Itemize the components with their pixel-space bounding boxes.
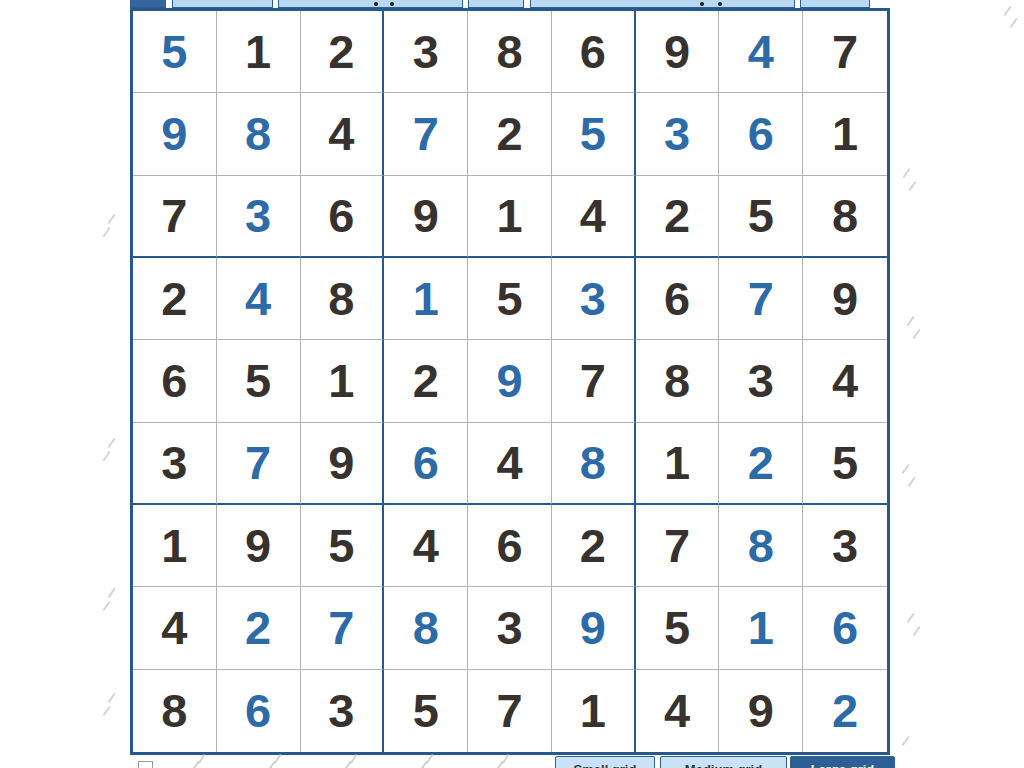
cell-r6c6[interactable]: 8 — [552, 423, 636, 505]
solved-digit: 6 — [832, 604, 858, 651]
cell-r1c9[interactable]: 7 — [803, 11, 887, 93]
cell-r6c5[interactable]: 4 — [468, 423, 552, 505]
given-digit: 8 — [328, 275, 354, 322]
solved-digit: 8 — [748, 522, 774, 569]
cell-r3c5[interactable]: 1 — [468, 176, 552, 258]
solved-digit: 2 — [748, 439, 774, 486]
cell-r2c2[interactable]: 8 — [217, 93, 301, 175]
cell-r4c7[interactable]: 6 — [636, 258, 720, 340]
cell-r8c5[interactable]: 3 — [468, 587, 552, 669]
stray-mark — [108, 438, 116, 448]
stray-mark — [902, 464, 910, 474]
given-digit: 6 — [580, 28, 606, 75]
stray-mark — [903, 168, 911, 178]
cell-r8c4[interactable]: 8 — [384, 587, 468, 669]
given-digit: 3 — [748, 357, 774, 404]
cell-r8c8[interactable]: 1 — [719, 587, 803, 669]
given-digit: 5 — [664, 604, 690, 651]
cell-r5c2[interactable]: 5 — [217, 340, 301, 422]
cell-r5c6[interactable]: 7 — [552, 340, 636, 422]
cell-r4c2[interactable]: 4 — [217, 258, 301, 340]
solved-digit: 6 — [748, 110, 774, 157]
solved-digit: 3 — [580, 275, 606, 322]
solved-digit: 4 — [748, 28, 774, 75]
given-digit: 2 — [328, 28, 354, 75]
given-digit: 3 — [496, 604, 522, 651]
tab-text-remnant — [718, 2, 722, 6]
solved-digit: 7 — [413, 110, 439, 157]
stray-mark — [344, 761, 352, 768]
cell-r3c8[interactable]: 5 — [719, 176, 803, 258]
given-digit: 8 — [161, 687, 187, 734]
given-digit: 4 — [328, 110, 354, 157]
given-digit: 5 — [832, 439, 858, 486]
cell-r4c3[interactable]: 8 — [301, 258, 385, 340]
solved-digit: 6 — [413, 439, 439, 486]
stray-mark — [913, 626, 921, 636]
given-digit: 4 — [496, 439, 522, 486]
cell-r5c9[interactable]: 4 — [803, 340, 887, 422]
given-digit: 1 — [496, 192, 522, 239]
cell-r1c2[interactable]: 1 — [217, 11, 301, 93]
solved-digit: 8 — [580, 439, 606, 486]
solved-digit: 1 — [413, 275, 439, 322]
cell-r2c6[interactable]: 5 — [552, 93, 636, 175]
print-option-checkbox[interactable] — [138, 761, 153, 768]
tab-2[interactable] — [172, 0, 273, 8]
given-digit: 9 — [832, 275, 858, 322]
given-digit: 7 — [664, 522, 690, 569]
given-digit: 8 — [832, 192, 858, 239]
given-digit: 5 — [748, 192, 774, 239]
cell-r2c3[interactable]: 4 — [301, 93, 385, 175]
stray-mark — [268, 761, 276, 768]
given-digit: 4 — [161, 604, 187, 651]
given-digit: 7 — [496, 687, 522, 734]
cell-r3c7[interactable]: 2 — [636, 176, 720, 258]
tab-4[interactable] — [468, 0, 524, 8]
cell-r7c5[interactable]: 6 — [468, 505, 552, 587]
cell-r5c5[interactable]: 9 — [468, 340, 552, 422]
given-digit: 4 — [664, 687, 690, 734]
cell-r4c6[interactable]: 3 — [552, 258, 636, 340]
given-digit: 2 — [413, 357, 439, 404]
cell-r4c5[interactable]: 5 — [468, 258, 552, 340]
given-digit: 6 — [664, 275, 690, 322]
stray-mark — [103, 451, 111, 461]
given-digit: 1 — [328, 357, 354, 404]
solved-digit: 5 — [580, 110, 606, 157]
solved-digit: 4 — [245, 275, 271, 322]
cell-r8c1[interactable]: 4 — [133, 587, 217, 669]
cell-r8c3[interactable]: 7 — [301, 587, 385, 669]
cell-r5c3[interactable]: 1 — [301, 340, 385, 422]
cell-r9c7[interactable]: 4 — [636, 670, 720, 752]
cell-r2c1[interactable]: 9 — [133, 93, 217, 175]
cell-r2c5[interactable]: 2 — [468, 93, 552, 175]
given-digit: 7 — [580, 357, 606, 404]
cell-r2c4[interactable]: 7 — [384, 93, 468, 175]
given-digit: 7 — [832, 28, 858, 75]
solved-digit: 9 — [161, 110, 187, 157]
given-digit: 3 — [161, 439, 187, 486]
cell-r1c3[interactable]: 2 — [301, 11, 385, 93]
solved-digit: 3 — [664, 110, 690, 157]
given-digit: 6 — [161, 357, 187, 404]
given-digit: 2 — [161, 275, 187, 322]
small-grid-button[interactable]: Small grid — [555, 756, 655, 768]
cell-r6c1[interactable]: 3 — [133, 423, 217, 505]
stray-mark — [907, 613, 915, 623]
cell-r6c7[interactable]: 1 — [636, 423, 720, 505]
cell-r4c1[interactable]: 2 — [133, 258, 217, 340]
stray-mark — [108, 588, 116, 598]
cell-r5c1[interactable]: 6 — [133, 340, 217, 422]
given-digit: 7 — [161, 192, 187, 239]
cell-r9c3[interactable]: 3 — [301, 670, 385, 752]
stray-mark — [907, 316, 915, 326]
solved-digit: 2 — [832, 687, 858, 734]
cell-r7c1[interactable]: 1 — [133, 505, 217, 587]
cell-r3c1[interactable]: 7 — [133, 176, 217, 258]
cell-r9c9[interactable]: 2 — [803, 670, 887, 752]
cell-r2c7[interactable]: 3 — [636, 93, 720, 175]
solved-digit: 8 — [245, 110, 271, 157]
cell-r7c7[interactable]: 7 — [636, 505, 720, 587]
tab-3[interactable] — [278, 0, 463, 8]
stray-mark — [902, 736, 910, 746]
cell-r9c8[interactable]: 9 — [719, 670, 803, 752]
large-grid-button[interactable]: Large grid — [790, 756, 895, 768]
given-digit: 4 — [413, 522, 439, 569]
cell-r9c2[interactable]: 6 — [217, 670, 301, 752]
tab-text-remnant — [374, 2, 378, 6]
tab-1-selected[interactable] — [130, 0, 166, 8]
cell-r5c8[interactable]: 3 — [719, 340, 803, 422]
stray-mark — [192, 761, 200, 768]
cell-r3c3[interactable]: 6 — [301, 176, 385, 258]
medium-grid-button[interactable]: Medium grid — [660, 756, 787, 768]
tab-6[interactable] — [800, 0, 870, 8]
cell-r3c6[interactable]: 4 — [552, 176, 636, 258]
stray-mark — [909, 181, 917, 191]
given-digit: 5 — [245, 357, 271, 404]
solved-digit: 5 — [161, 28, 187, 75]
given-digit: 6 — [328, 192, 354, 239]
cell-r1c1[interactable]: 5 — [133, 11, 217, 93]
given-digit: 9 — [245, 522, 271, 569]
given-digit: 8 — [664, 357, 690, 404]
stray-mark — [1004, 6, 1012, 16]
given-digit: 9 — [328, 439, 354, 486]
cell-r6c2[interactable]: 7 — [217, 423, 301, 505]
cell-r9c1[interactable]: 8 — [133, 670, 217, 752]
stray-mark — [103, 706, 111, 716]
cell-r7c2[interactable]: 9 — [217, 505, 301, 587]
tab-5[interactable] — [530, 0, 795, 8]
stray-mark — [1010, 18, 1018, 28]
given-digit: 9 — [748, 687, 774, 734]
solved-digit: 6 — [245, 687, 271, 734]
cell-r7c8[interactable]: 8 — [719, 505, 803, 587]
given-digit: 1 — [245, 28, 271, 75]
cell-r7c9[interactable]: 3 — [803, 505, 887, 587]
stray-mark — [908, 477, 916, 487]
given-digit: 3 — [832, 522, 858, 569]
given-digit: 8 — [496, 28, 522, 75]
cell-r5c7[interactable]: 8 — [636, 340, 720, 422]
cell-r7c6[interactable]: 2 — [552, 505, 636, 587]
cell-r1c4[interactable]: 3 — [384, 11, 468, 93]
cell-r3c4[interactable]: 9 — [384, 176, 468, 258]
given-digit: 4 — [832, 357, 858, 404]
cell-r1c8[interactable]: 4 — [719, 11, 803, 93]
cell-r8c9[interactable]: 6 — [803, 587, 887, 669]
stray-mark — [420, 761, 428, 768]
solved-digit: 7 — [328, 604, 354, 651]
given-digit: 2 — [580, 522, 606, 569]
cell-r3c2[interactable]: 3 — [217, 176, 301, 258]
cell-r4c9[interactable]: 9 — [803, 258, 887, 340]
cell-r8c6[interactable]: 9 — [552, 587, 636, 669]
cell-r8c2[interactable]: 2 — [217, 587, 301, 669]
solved-digit: 1 — [748, 604, 774, 651]
given-digit: 1 — [580, 687, 606, 734]
cell-r9c6[interactable]: 1 — [552, 670, 636, 752]
given-digit: 9 — [413, 192, 439, 239]
cell-r3c9[interactable]: 8 — [803, 176, 887, 258]
solved-digit: 8 — [413, 604, 439, 651]
solved-digit: 7 — [748, 275, 774, 322]
stray-mark — [103, 227, 111, 237]
cell-r4c4[interactable]: 1 — [384, 258, 468, 340]
stray-mark — [108, 214, 116, 224]
given-digit: 3 — [413, 28, 439, 75]
given-digit: 1 — [664, 439, 690, 486]
stray-mark — [913, 329, 921, 339]
sudoku-grid: 5123869479847253617369142582481536796512… — [130, 8, 890, 755]
cell-r8c7[interactable]: 5 — [636, 587, 720, 669]
tab-text-remnant — [700, 2, 704, 6]
solved-digit: 2 — [245, 604, 271, 651]
cell-r6c8[interactable]: 2 — [719, 423, 803, 505]
cell-r1c6[interactable]: 6 — [552, 11, 636, 93]
given-digit: 2 — [496, 110, 522, 157]
cell-r2c8[interactable]: 6 — [719, 93, 803, 175]
cell-r5c4[interactable]: 2 — [384, 340, 468, 422]
cell-r7c4[interactable]: 4 — [384, 505, 468, 587]
given-digit: 4 — [580, 192, 606, 239]
given-digit: 5 — [328, 522, 354, 569]
stray-mark — [496, 761, 504, 768]
solved-digit: 9 — [580, 604, 606, 651]
solved-digit: 7 — [245, 439, 271, 486]
cell-r6c3[interactable]: 9 — [301, 423, 385, 505]
cell-r2c9[interactable]: 1 — [803, 93, 887, 175]
cell-r9c4[interactable]: 5 — [384, 670, 468, 752]
stray-mark — [103, 601, 111, 611]
top-tab-strip — [130, 0, 890, 8]
given-digit: 9 — [664, 28, 690, 75]
cell-r1c5[interactable]: 8 — [468, 11, 552, 93]
cell-r9c5[interactable]: 7 — [468, 670, 552, 752]
cell-r6c4[interactable]: 6 — [384, 423, 468, 505]
tab-text-remnant — [390, 2, 394, 6]
given-digit: 2 — [664, 192, 690, 239]
given-digit: 3 — [328, 687, 354, 734]
given-digit: 5 — [496, 275, 522, 322]
cell-r4c8[interactable]: 7 — [719, 258, 803, 340]
given-digit: 6 — [496, 522, 522, 569]
given-digit: 5 — [413, 687, 439, 734]
cell-r6c9[interactable]: 5 — [803, 423, 887, 505]
given-digit: 1 — [832, 110, 858, 157]
solved-digit: 3 — [245, 192, 271, 239]
cell-r1c7[interactable]: 9 — [636, 11, 720, 93]
given-digit: 1 — [161, 522, 187, 569]
solved-digit: 9 — [496, 357, 522, 404]
stray-mark — [108, 693, 116, 703]
cell-r7c3[interactable]: 5 — [301, 505, 385, 587]
